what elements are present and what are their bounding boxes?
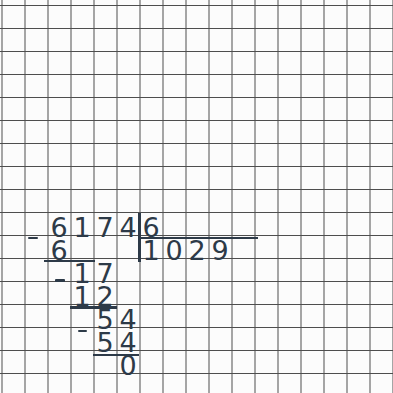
digit-cell-r10c2: 6 <box>48 239 71 262</box>
subtraction-rule-2 <box>70 306 117 308</box>
digit-cell-r10c8: 2 <box>186 239 209 262</box>
digit-cell-r14c4: 5 <box>94 331 117 354</box>
digit-cell-r10c9: 9 <box>209 239 232 262</box>
division-bracket-horizontal <box>138 237 258 240</box>
digit-cell-r15c5: 0 <box>117 354 140 377</box>
digit-cell-r9c4: 7 <box>94 216 117 239</box>
digit-cell-r9c3: 1 <box>71 216 94 239</box>
minus-sign-3 <box>78 330 87 332</box>
subtraction-rule-3 <box>93 354 139 356</box>
digit-cell-r9c5: 4 <box>117 216 140 239</box>
long-division-work: 6174661029171254540 <box>0 0 393 393</box>
minus-sign-2 <box>55 279 65 281</box>
digit-cell-r10c6: 1 <box>140 239 163 262</box>
minus-sign-1 <box>28 237 38 239</box>
digit-cell-r12c3: 1 <box>71 285 94 308</box>
squared-paper-board: 6174661029171254540 <box>0 0 393 393</box>
digit-cell-r10c7: 0 <box>163 239 186 262</box>
subtraction-rule-1 <box>44 260 95 262</box>
